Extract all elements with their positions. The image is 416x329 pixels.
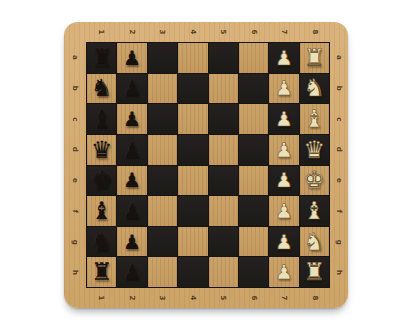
square-e1[interactable]: ♚	[87, 166, 116, 196]
square-e4[interactable]	[178, 166, 207, 196]
square-c3[interactable]	[148, 104, 177, 134]
square-a1[interactable]: ♜	[87, 43, 116, 73]
black-pawn: ♟	[123, 140, 141, 160]
black-king: ♚	[91, 168, 113, 192]
black-pawn: ♟	[123, 109, 141, 129]
square-a2[interactable]: ♟	[117, 43, 146, 73]
square-h8[interactable]: ♜	[300, 257, 329, 287]
square-g2[interactable]: ♟	[117, 227, 146, 257]
square-c8[interactable]: ♝	[300, 104, 329, 134]
square-c2[interactable]: ♟	[117, 104, 146, 134]
chess-board: 12345678 12345678 abcdefgh abcdefgh ♜♟♟♜…	[64, 22, 348, 308]
square-d3[interactable]	[148, 135, 177, 165]
black-knight: ♞	[91, 230, 113, 254]
square-h3[interactable]	[148, 257, 177, 287]
square-c7[interactable]: ♟	[269, 104, 298, 134]
square-h6[interactable]	[239, 257, 268, 287]
square-g6[interactable]	[239, 227, 268, 257]
rank-labels-top: 12345678	[86, 22, 330, 42]
square-g8[interactable]: ♞	[300, 227, 329, 257]
square-b7[interactable]: ♟	[269, 74, 298, 104]
square-d2[interactable]: ♟	[117, 135, 146, 165]
black-pawn: ♟	[123, 48, 141, 68]
board-grid: ♜♟♟♜♞♟♟♞♝♟♟♝♛♟♟♛♚♟♟♚♝♟♟♝♞♟♟♞♜♟♟♜	[86, 42, 330, 288]
black-queen: ♛	[91, 138, 113, 162]
white-knight: ♞	[304, 230, 326, 254]
white-pawn: ♟	[275, 109, 293, 129]
square-e7[interactable]: ♟	[269, 166, 298, 196]
square-e2[interactable]: ♟	[117, 166, 146, 196]
white-pawn: ♟	[275, 232, 293, 252]
square-e6[interactable]	[239, 166, 268, 196]
white-pawn: ♟	[275, 140, 293, 160]
rank-labels-bottom: 12345678	[86, 288, 330, 308]
white-bishop: ♝	[304, 199, 326, 223]
square-d4[interactable]	[178, 135, 207, 165]
square-c6[interactable]	[239, 104, 268, 134]
square-h5[interactable]	[209, 257, 238, 287]
square-g3[interactable]	[148, 227, 177, 257]
black-pawn: ♟	[123, 78, 141, 98]
square-c4[interactable]	[178, 104, 207, 134]
white-pawn: ♟	[275, 78, 293, 98]
square-b6[interactable]	[239, 74, 268, 104]
square-e8[interactable]: ♚	[300, 166, 329, 196]
product-photo: 12345678 12345678 abcdefgh abcdefgh ♜♟♟♜…	[0, 0, 416, 329]
black-knight: ♞	[91, 76, 113, 100]
white-pawn: ♟	[275, 48, 293, 68]
square-h2[interactable]: ♟	[117, 257, 146, 287]
square-d7[interactable]: ♟	[269, 135, 298, 165]
square-g4[interactable]	[178, 227, 207, 257]
square-f4[interactable]	[178, 196, 207, 226]
white-king: ♚	[304, 168, 326, 192]
square-a3[interactable]	[148, 43, 177, 73]
square-b4[interactable]	[178, 74, 207, 104]
square-a6[interactable]	[239, 43, 268, 73]
square-f7[interactable]: ♟	[269, 196, 298, 226]
black-rook: ♜	[91, 260, 113, 284]
square-g5[interactable]	[209, 227, 238, 257]
square-g1[interactable]: ♞	[87, 227, 116, 257]
white-knight: ♞	[304, 76, 326, 100]
square-e5[interactable]	[209, 166, 238, 196]
square-b5[interactable]	[209, 74, 238, 104]
square-a8[interactable]: ♜	[300, 43, 329, 73]
square-a4[interactable]	[178, 43, 207, 73]
square-c5[interactable]	[209, 104, 238, 134]
white-pawn: ♟	[275, 170, 293, 190]
black-pawn: ♟	[123, 232, 141, 252]
square-b3[interactable]	[148, 74, 177, 104]
square-h4[interactable]	[178, 257, 207, 287]
square-d8[interactable]: ♛	[300, 135, 329, 165]
white-pawn: ♟	[275, 201, 293, 221]
square-b1[interactable]: ♞	[87, 74, 116, 104]
file-labels-left: abcdefgh	[64, 42, 86, 288]
square-g7[interactable]: ♟	[269, 227, 298, 257]
square-d5[interactable]	[209, 135, 238, 165]
square-b2[interactable]: ♟	[117, 74, 146, 104]
square-a7[interactable]: ♟	[269, 43, 298, 73]
square-e3[interactable]	[148, 166, 177, 196]
square-f1[interactable]: ♝	[87, 196, 116, 226]
square-h7[interactable]: ♟	[269, 257, 298, 287]
square-f2[interactable]: ♟	[117, 196, 146, 226]
black-bishop: ♝	[91, 107, 113, 131]
black-pawn: ♟	[123, 262, 141, 282]
square-d6[interactable]	[239, 135, 268, 165]
white-rook: ♜	[304, 260, 326, 284]
square-f6[interactable]	[239, 196, 268, 226]
black-pawn: ♟	[123, 170, 141, 190]
square-b8[interactable]: ♞	[300, 74, 329, 104]
white-bishop: ♝	[304, 107, 326, 131]
black-rook: ♜	[91, 46, 113, 70]
square-f8[interactable]: ♝	[300, 196, 329, 226]
square-h1[interactable]: ♜	[87, 257, 116, 287]
white-queen: ♛	[304, 138, 326, 162]
square-d1[interactable]: ♛	[87, 135, 116, 165]
square-f5[interactable]	[209, 196, 238, 226]
square-c1[interactable]: ♝	[87, 104, 116, 134]
black-pawn: ♟	[123, 201, 141, 221]
black-bishop: ♝	[91, 199, 113, 223]
square-a5[interactable]	[209, 43, 238, 73]
white-rook: ♜	[304, 46, 326, 70]
white-pawn: ♟	[275, 262, 293, 282]
file-labels-right: abcdefgh	[330, 42, 348, 288]
square-f3[interactable]	[148, 196, 177, 226]
